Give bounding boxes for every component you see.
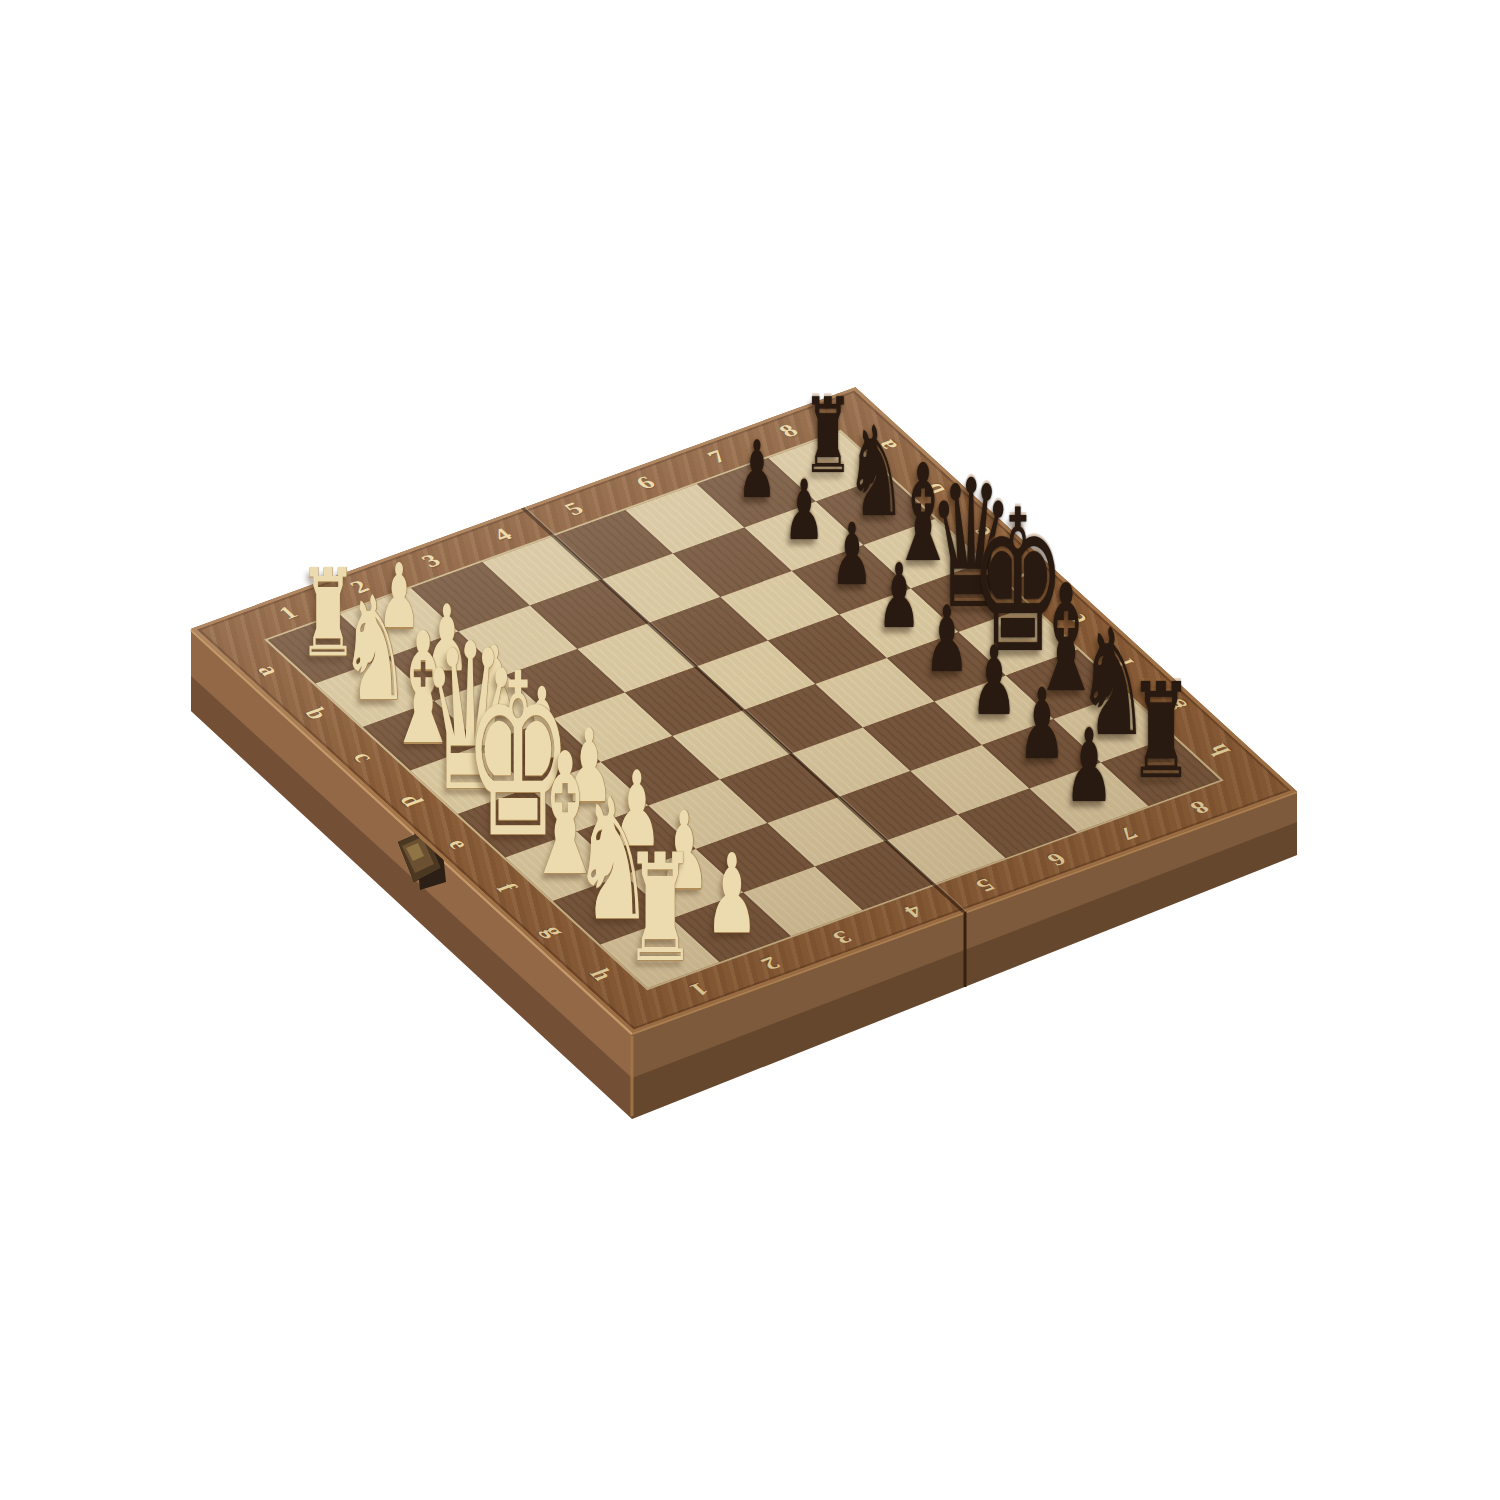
chess-piece-bP-e7[interactable]: ♟ [924,593,968,685]
chess-piece-wP-h2[interactable]: ♟ [705,839,758,949]
chess-piece-bP-f7[interactable]: ♟ [971,634,1017,729]
chess-piece-bP-c7[interactable]: ♟ [831,511,872,596]
pieces-layer: ♜♞♝♛♚♝♞♜♟♟♟♟♟♟♟♟♟♟♟♟♟♟♟♟♜♞♝♛♚♝♞♜ [0,0,1500,1500]
chess-piece-bP-a7[interactable]: ♟ [737,429,775,508]
chess-piece-wR-h1[interactable]: ♜ [624,834,696,983]
chess-piece-bR-h8[interactable]: ♜ [1129,666,1193,798]
scene: aa11bb22cc33dd44ee55ff66gg77hh88 ♜♞♝♛♚♝♞… [0,0,1500,1500]
chess-piece-bP-b7[interactable]: ♟ [784,470,824,553]
chess-piece-bP-d7[interactable]: ♟ [877,552,920,641]
chess-piece-bP-g7[interactable]: ♟ [1018,676,1065,774]
chess-piece-bP-h7[interactable]: ♟ [1064,716,1113,817]
